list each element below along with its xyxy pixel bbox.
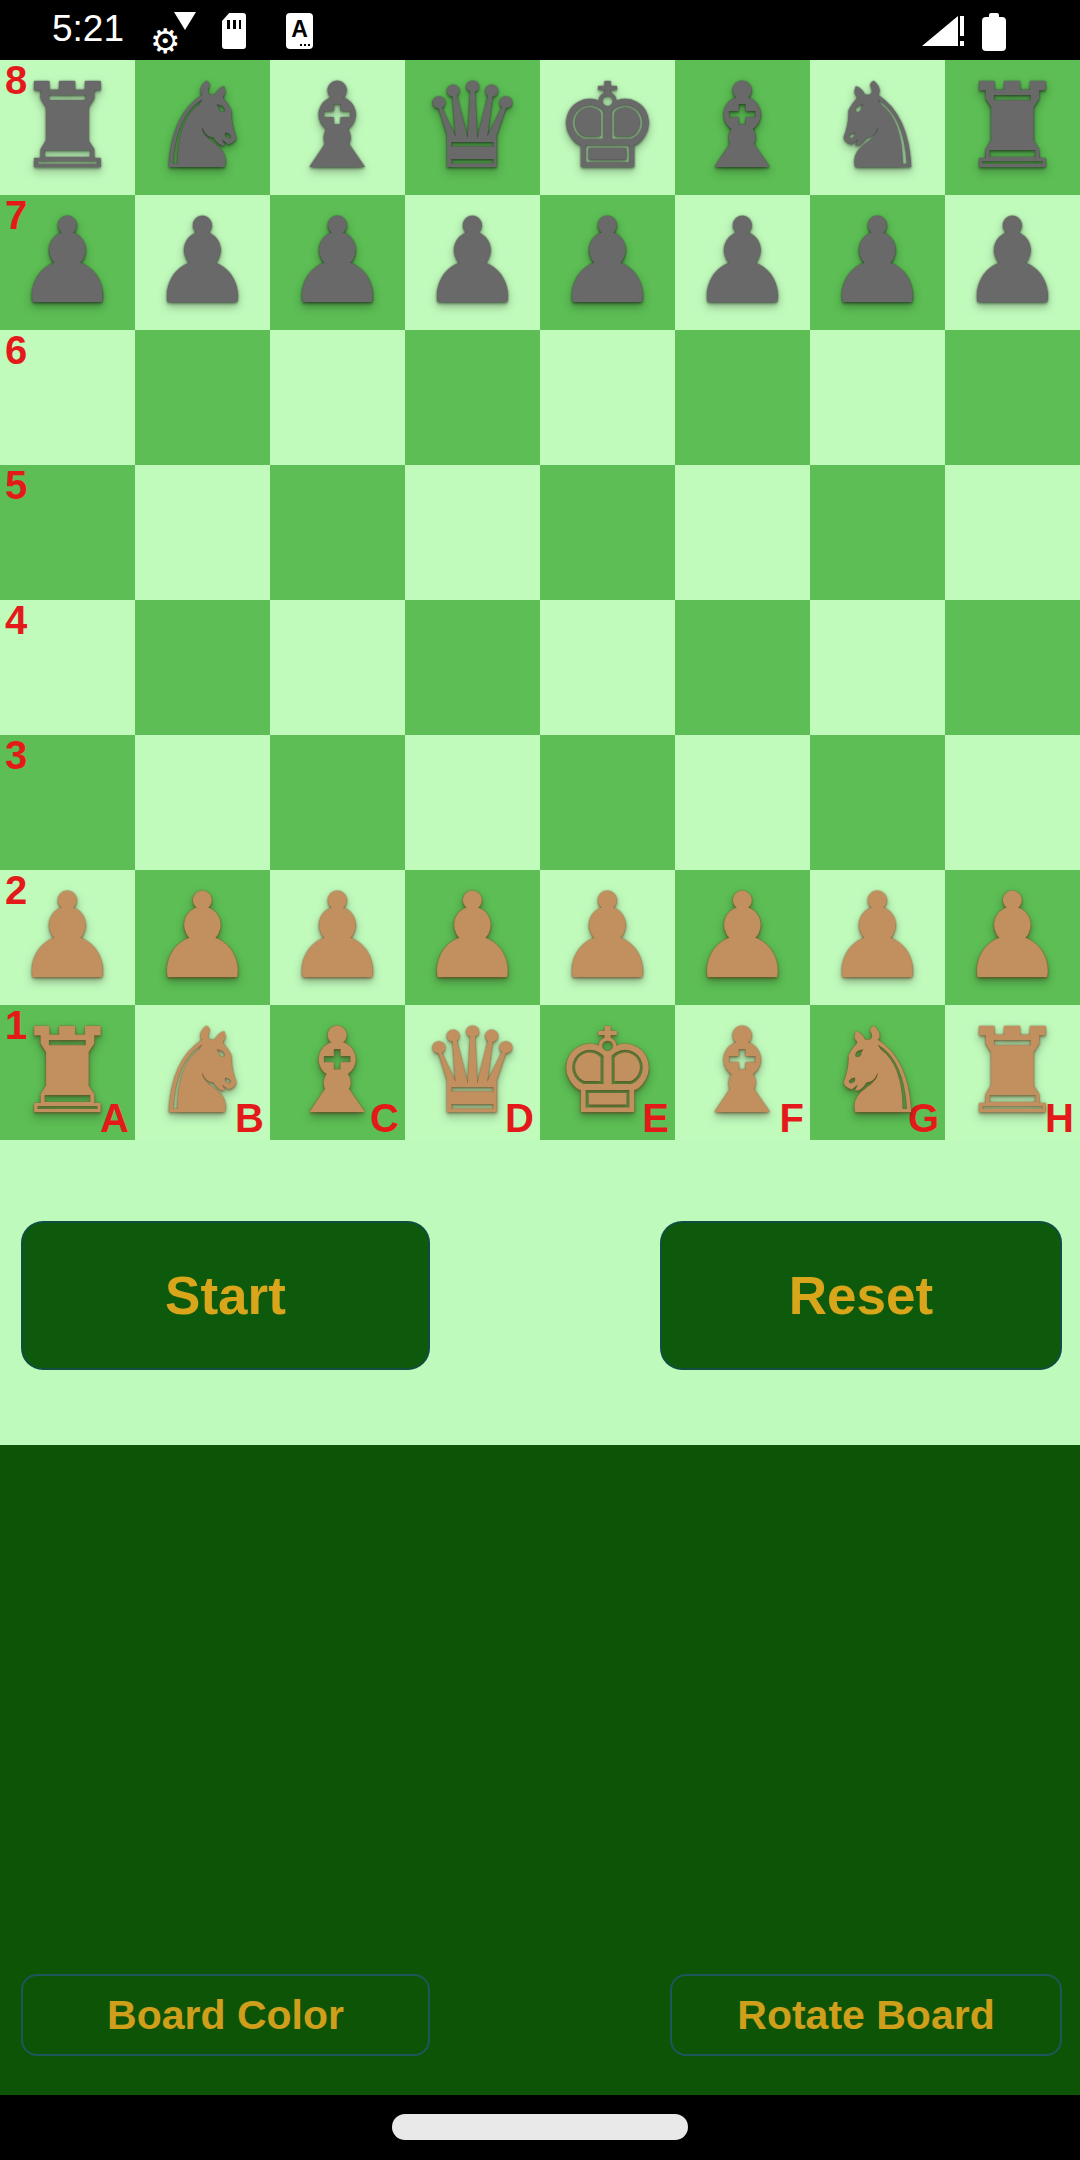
black-pawn[interactable]: ♟ <box>270 195 405 330</box>
square-h8[interactable]: ♜ <box>945 60 1080 195</box>
square-c3[interactable] <box>270 735 405 870</box>
white-pawn[interactable]: ♟ <box>0 870 135 1005</box>
black-bishop[interactable]: ♝ <box>270 60 405 195</box>
square-e1[interactable]: E♚ <box>540 1005 675 1140</box>
white-knight[interactable]: ♞ <box>135 1005 270 1140</box>
square-g7[interactable]: ♟ <box>810 195 945 330</box>
black-pawn[interactable]: ♟ <box>540 195 675 330</box>
square-e8[interactable]: ♚ <box>540 60 675 195</box>
square-f4[interactable] <box>675 600 810 735</box>
reset-button[interactable]: Reset <box>660 1221 1062 1370</box>
square-d3[interactable] <box>405 735 540 870</box>
navigation-bar <box>0 2095 1080 2160</box>
start-button[interactable]: Start <box>21 1221 430 1370</box>
black-pawn[interactable]: ♟ <box>405 195 540 330</box>
rank-label-6: 6 <box>5 328 27 372</box>
square-a1[interactable]: 1A♜ <box>0 1005 135 1140</box>
square-g4[interactable] <box>810 600 945 735</box>
square-g2[interactable]: ♟ <box>810 870 945 1005</box>
square-e3[interactable] <box>540 735 675 870</box>
black-knight[interactable]: ♞ <box>810 60 945 195</box>
black-pawn[interactable]: ♟ <box>135 195 270 330</box>
black-pawn[interactable]: ♟ <box>945 195 1080 330</box>
sim-card-icon <box>222 13 246 49</box>
black-knight[interactable]: ♞ <box>135 60 270 195</box>
square-h3[interactable] <box>945 735 1080 870</box>
signal-exclamation <box>960 16 964 36</box>
square-d8[interactable]: ♛ <box>405 60 540 195</box>
square-h2[interactable]: ♟ <box>945 870 1080 1005</box>
home-indicator[interactable] <box>392 2114 688 2140</box>
square-c7[interactable]: ♟ <box>270 195 405 330</box>
square-e5[interactable] <box>540 465 675 600</box>
control-panel: Start Reset <box>0 1140 1080 1445</box>
rank-label-4: 4 <box>5 598 27 642</box>
square-c1[interactable]: C♝ <box>270 1005 405 1140</box>
white-pawn[interactable]: ♟ <box>945 870 1080 1005</box>
square-d5[interactable] <box>405 465 540 600</box>
square-c5[interactable] <box>270 465 405 600</box>
square-e4[interactable] <box>540 600 675 735</box>
rotate-board-button[interactable]: Rotate Board <box>670 1974 1062 2056</box>
clock: 5:21 <box>52 8 124 50</box>
black-king[interactable]: ♚ <box>540 60 675 195</box>
square-b6[interactable] <box>135 330 270 465</box>
square-a6[interactable]: 6 <box>0 330 135 465</box>
white-bishop[interactable]: ♝ <box>675 1005 810 1140</box>
square-g1[interactable]: G♞ <box>810 1005 945 1140</box>
square-d1[interactable]: D♛ <box>405 1005 540 1140</box>
white-pawn[interactable]: ♟ <box>810 870 945 1005</box>
white-rook[interactable]: ♜ <box>945 1005 1080 1140</box>
black-rook[interactable]: ♜ <box>0 60 135 195</box>
square-a8[interactable]: 8♜ <box>0 60 135 195</box>
square-b8[interactable]: ♞ <box>135 60 270 195</box>
square-b3[interactable] <box>135 735 270 870</box>
black-pawn[interactable]: ♟ <box>675 195 810 330</box>
square-a2[interactable]: 2♟ <box>0 870 135 1005</box>
vpn-triangle-icon <box>174 12 196 30</box>
options-panel: Board Color Rotate Board <box>0 1445 1080 2095</box>
white-pawn[interactable]: ♟ <box>540 870 675 1005</box>
signal-alert-icon <box>922 16 962 46</box>
square-g3[interactable] <box>810 735 945 870</box>
white-queen[interactable]: ♛ <box>405 1005 540 1140</box>
square-c8[interactable]: ♝ <box>270 60 405 195</box>
letter-a-icon: A <box>286 13 313 49</box>
square-f1[interactable]: F♝ <box>675 1005 810 1140</box>
square-c4[interactable] <box>270 600 405 735</box>
square-d4[interactable] <box>405 600 540 735</box>
square-b5[interactable] <box>135 465 270 600</box>
square-c6[interactable] <box>270 330 405 465</box>
square-h7[interactable]: ♟ <box>945 195 1080 330</box>
square-f3[interactable] <box>675 735 810 870</box>
square-h1[interactable]: H♜ <box>945 1005 1080 1140</box>
square-d7[interactable]: ♟ <box>405 195 540 330</box>
square-g5[interactable] <box>810 465 945 600</box>
square-h6[interactable] <box>945 330 1080 465</box>
rank-label-5: 5 <box>5 463 27 507</box>
square-a7[interactable]: 7♟ <box>0 195 135 330</box>
rank-label-3: 3 <box>5 733 27 777</box>
square-a5[interactable]: 5 <box>0 465 135 600</box>
gear-icon: ⚙ <box>150 10 196 54</box>
white-king[interactable]: ♚ <box>540 1005 675 1140</box>
square-e7[interactable]: ♟ <box>540 195 675 330</box>
square-g8[interactable]: ♞ <box>810 60 945 195</box>
square-e6[interactable] <box>540 330 675 465</box>
battery-icon <box>982 17 1006 51</box>
square-b1[interactable]: B♞ <box>135 1005 270 1140</box>
app-screen: 5:21 ⚙ A 8♜♞♝♛♚♝♞♜7♟♟♟♟♟♟♟♟65432♟♟♟♟♟♟♟♟… <box>0 0 1080 2160</box>
square-a3[interactable]: 3 <box>0 735 135 870</box>
square-b2[interactable]: ♟ <box>135 870 270 1005</box>
white-pawn[interactable]: ♟ <box>405 870 540 1005</box>
square-d6[interactable] <box>405 330 540 465</box>
black-rook[interactable]: ♜ <box>945 60 1080 195</box>
white-rook[interactable]: ♜ <box>0 1005 135 1140</box>
signal-triangle <box>922 16 958 46</box>
square-h4[interactable] <box>945 600 1080 735</box>
square-f7[interactable]: ♟ <box>675 195 810 330</box>
black-queen[interactable]: ♛ <box>405 60 540 195</box>
white-bishop[interactable]: ♝ <box>270 1005 405 1140</box>
square-f2[interactable]: ♟ <box>675 870 810 1005</box>
white-pawn[interactable]: ♟ <box>135 870 270 1005</box>
square-h5[interactable] <box>945 465 1080 600</box>
chess-board: 8♜♞♝♛♚♝♞♜7♟♟♟♟♟♟♟♟65432♟♟♟♟♟♟♟♟1A♜B♞C♝D♛… <box>0 60 1080 1140</box>
signal-exclamation-dot <box>960 41 964 46</box>
white-knight[interactable]: ♞ <box>810 1005 945 1140</box>
black-pawn[interactable]: ♟ <box>0 195 135 330</box>
square-g6[interactable] <box>810 330 945 465</box>
square-f5[interactable] <box>675 465 810 600</box>
square-f8[interactable]: ♝ <box>675 60 810 195</box>
white-pawn[interactable]: ♟ <box>675 870 810 1005</box>
square-b7[interactable]: ♟ <box>135 195 270 330</box>
black-bishop[interactable]: ♝ <box>675 60 810 195</box>
square-f6[interactable] <box>675 330 810 465</box>
square-a4[interactable]: 4 <box>0 600 135 735</box>
white-pawn[interactable]: ♟ <box>270 870 405 1005</box>
square-b4[interactable] <box>135 600 270 735</box>
square-d2[interactable]: ♟ <box>405 870 540 1005</box>
board-color-button[interactable]: Board Color <box>21 1974 430 2056</box>
square-e2[interactable]: ♟ <box>540 870 675 1005</box>
black-pawn[interactable]: ♟ <box>810 195 945 330</box>
square-c2[interactable]: ♟ <box>270 870 405 1005</box>
status-bar: 5:21 ⚙ A <box>0 0 1080 60</box>
